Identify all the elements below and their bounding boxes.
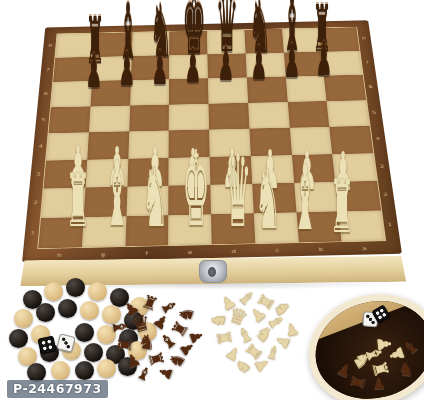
square [169,54,208,79]
square [332,153,377,182]
square [90,80,130,106]
square [51,81,92,107]
file-label: g [81,252,125,258]
square [211,213,255,244]
checker-disc [88,282,107,301]
square [249,128,291,156]
rank-label: 3 [374,153,389,181]
rank-label: 6 [39,82,52,107]
square [53,57,93,82]
square [169,103,209,130]
square [289,127,332,155]
square [329,126,373,154]
square [335,181,381,211]
checker-disc [44,282,63,301]
rank-label: 5 [367,100,382,126]
checker-disc [58,299,77,318]
square [169,130,210,158]
square [38,217,83,248]
square [44,159,87,188]
square [287,101,329,128]
square [339,210,386,241]
board-squares [38,27,385,248]
square [247,77,288,103]
file-label: b [299,247,343,253]
watermark: P-24467973 [7,380,108,398]
pile-piece-b: ♝ [109,317,131,337]
stored-piece-p: ♟ [371,375,387,392]
checker-disc [75,323,94,342]
square [248,102,289,129]
square [210,156,252,185]
square [83,187,126,217]
square [129,104,169,131]
rank-label: 7 [42,58,55,83]
square [168,185,211,215]
square [296,211,342,242]
square [49,106,91,133]
file-label: e [168,250,212,256]
checker-disc [84,343,103,362]
file-label: d [212,249,256,255]
metal-clasp-icon [199,260,227,283]
square [125,215,169,246]
checker-disc [14,309,33,328]
checker-disc [51,361,70,380]
folded-board-photo: ♝♟♞♟♜♟♝♜♞♟ [296,280,424,400]
rank-label: 6 [364,75,378,100]
square [126,186,169,216]
square [128,130,169,158]
square [251,155,294,184]
checker-disc [36,303,55,322]
square [87,131,129,159]
square [130,79,170,105]
square [208,77,248,103]
square [208,103,249,130]
rank-label: 8 [357,27,371,51]
checker-disc [9,329,28,348]
checker-disc [97,359,116,378]
square [169,78,208,104]
checker-disc [75,361,94,380]
file-label: a [342,246,386,252]
square [291,154,335,183]
product-photo: hgfedcba 87654321 87654321 ♜♝♞♚♛♞♝♜♟♟♟♟♟… [0,0,424,400]
square [169,157,211,186]
square [282,28,322,52]
square [85,158,128,187]
square [245,52,285,77]
square [244,29,283,53]
rank-label: 4 [371,126,386,153]
square [46,132,89,160]
square [93,32,132,56]
square [169,31,207,55]
square [285,76,326,102]
stored-piece-n: ♞ [397,360,415,379]
square [252,183,296,213]
square [209,129,251,157]
square [82,216,126,247]
checker-disc [80,301,99,320]
square [55,33,94,57]
square [283,51,324,76]
file-label: h [37,253,81,259]
die-icon [38,336,57,355]
rank-label: 8 [44,34,57,58]
square [210,184,253,214]
square [324,75,366,101]
square [319,27,360,51]
square [327,100,370,127]
file-label: f [125,251,169,257]
square [168,214,211,245]
square [131,55,170,80]
square [92,56,132,81]
square [207,53,246,78]
square [294,182,339,212]
square [254,212,299,243]
square [127,158,169,187]
chess-board-scene: hgfedcba 87654321 87654321 [22,0,402,258]
board-surface: hgfedcba 87654321 87654321 [22,20,402,262]
square [41,188,85,218]
file-label: c [255,248,299,254]
square [321,51,362,76]
checker-disc [66,278,85,297]
square [131,32,169,56]
square [89,105,130,132]
square [207,30,246,54]
rank-label: 7 [360,50,374,74]
